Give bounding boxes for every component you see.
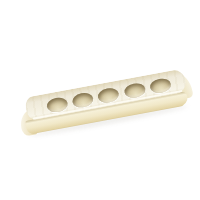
pit-cell-5 <box>146 75 175 96</box>
mancala-board <box>18 68 193 142</box>
pit-cell-2 <box>68 90 97 111</box>
pit-3-seeds-0 <box>97 87 120 105</box>
pit-2-seeds-0 <box>71 91 94 109</box>
pit-1-seeds-0 <box>45 96 68 114</box>
pit-5-seeds-0 <box>149 77 172 95</box>
pit-cell-4 <box>120 80 149 101</box>
pit-cell-3 <box>94 85 123 106</box>
pit-4-seeds-0 <box>123 82 146 100</box>
pit-cell-1 <box>43 95 72 116</box>
product-photo <box>0 0 200 200</box>
